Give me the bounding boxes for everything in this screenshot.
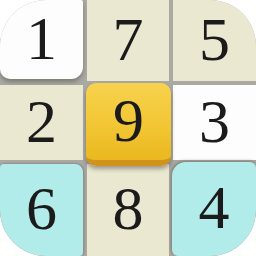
puzzle-tile-r0c2: 5 (173, 0, 256, 81)
tile-number: 7 (113, 8, 144, 70)
tile-number: 1 (26, 7, 57, 69)
tile-number: 6 (26, 177, 57, 239)
puzzle-tile-r1c0: 2 (0, 85, 83, 160)
puzzle-tile-r2c0: 6 (0, 164, 83, 256)
tile-number: 9 (113, 89, 144, 151)
puzzle-app-icon[interactable]: 1 7 5 2 3 8 6 4 9 (0, 0, 256, 256)
tile-number: 4 (199, 176, 230, 238)
puzzle-tile-r1c2: 3 (173, 85, 256, 160)
tile-number: 3 (199, 90, 230, 152)
puzzle-tile-r2c2: 4 (172, 162, 256, 256)
puzzle-tile-r0c1: 7 (87, 0, 169, 81)
puzzle-tile-r2c1: 8 (87, 164, 169, 256)
puzzle-tile-r0c0: 1 (0, 0, 83, 79)
puzzle-tile-r1c1-highlighted: 9 (86, 83, 171, 166)
tile-number: 2 (26, 90, 57, 152)
tile-number: 5 (199, 8, 230, 70)
tile-number: 8 (113, 177, 144, 239)
